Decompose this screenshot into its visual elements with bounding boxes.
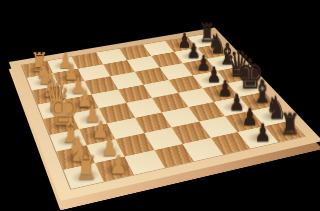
photo-scene: ♜♟♟♜♞♟♟♞♝♟♟♝♛♟♟♛♚♟♟♚♝♟♟♝♞♟♟♞♜♟♟♜ bbox=[0, 0, 320, 211]
board-face: ♜♟♟♜♞♟♟♞♝♟♟♝♛♟♟♛♚♟♟♚♝♟♟♝♞♟♟♞♜♟♟♜ bbox=[9, 27, 320, 201]
chess-board: ♜♟♟♜♞♟♟♞♝♟♟♝♛♟♟♛♚♟♟♚♝♟♟♝♞♟♟♞♜♟♟♜ bbox=[9, 27, 320, 201]
board-grid: ♜♟♟♜♞♟♟♞♝♟♟♝♛♟♟♛♚♟♟♚♝♟♟♝♞♟♟♞♜♟♟♜ bbox=[22, 33, 304, 188]
